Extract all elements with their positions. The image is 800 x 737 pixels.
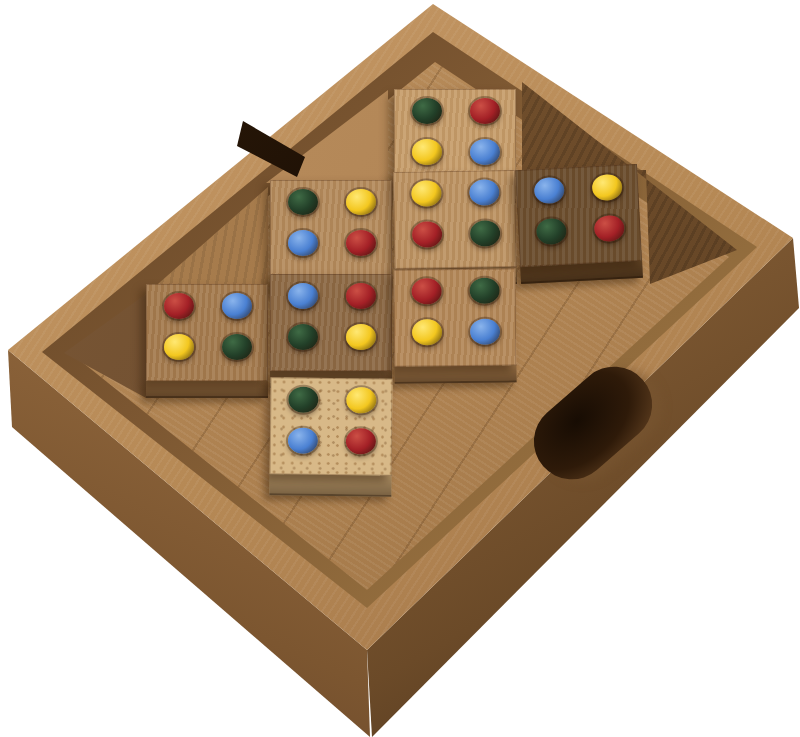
dot-bottom-right-yellow <box>346 324 376 350</box>
dot-top-left-blue <box>534 177 565 205</box>
scene <box>0 0 800 737</box>
dot-top-right-yellow <box>346 189 376 215</box>
dot-top-right-red <box>470 98 500 124</box>
dot-top-right-yellow <box>592 174 623 202</box>
dot-bottom-left-yellow <box>164 334 194 360</box>
dot-bottom-right-red <box>346 428 376 454</box>
dot-bottom-left-blue <box>288 427 318 453</box>
dot-top-left-red <box>164 293 194 319</box>
dot-bottom-right-blue <box>470 318 500 344</box>
puzzle-tile-6[interactable] <box>270 274 392 386</box>
dot-top-right-red <box>346 283 376 309</box>
dot-bottom-right-green <box>222 334 252 360</box>
dot-top-right-blue <box>222 293 252 319</box>
puzzle-tile-3[interactable] <box>393 170 517 284</box>
tile-3-top-face <box>393 170 517 269</box>
tile-4-top-face <box>515 164 642 267</box>
puzzle-tile-8[interactable] <box>269 377 392 490</box>
dot-top-left-green <box>288 387 318 413</box>
dot-top-left-blue <box>288 283 318 309</box>
dot-bottom-right-red <box>346 230 376 256</box>
puzzle-tile-5[interactable] <box>146 284 268 396</box>
dot-bottom-left-yellow <box>412 139 442 165</box>
puzzle-tile-7[interactable] <box>393 268 516 381</box>
dot-bottom-right-red <box>594 214 625 242</box>
dot-top-right-green <box>470 278 500 304</box>
puzzle-tile-4[interactable] <box>515 164 643 282</box>
dot-bottom-left-blue <box>288 230 318 256</box>
dot-top-left-red <box>412 278 442 304</box>
dot-top-right-blue <box>469 179 499 206</box>
tile-5-front-face <box>146 380 268 398</box>
tile-6-top-face <box>270 274 392 371</box>
tile-7-top-face <box>393 268 516 366</box>
dot-bottom-left-red <box>412 221 442 248</box>
tile-8-front-face <box>269 473 391 496</box>
tile-5-top-face <box>146 284 268 381</box>
tile-7-front-face <box>394 364 516 383</box>
dot-top-left-yellow <box>411 180 441 207</box>
dot-bottom-right-green <box>470 220 500 247</box>
dot-top-left-green <box>288 189 318 215</box>
tile-8-top-face <box>270 377 393 475</box>
dot-bottom-left-green <box>536 217 567 245</box>
dot-bottom-right-blue <box>470 139 500 165</box>
dot-bottom-left-yellow <box>412 319 442 345</box>
dot-top-left-green <box>412 98 442 124</box>
dot-top-right-yellow <box>346 387 376 413</box>
tile-2-top-face <box>270 180 392 277</box>
tile-grid <box>146 83 642 471</box>
dot-bottom-left-green <box>288 324 318 350</box>
